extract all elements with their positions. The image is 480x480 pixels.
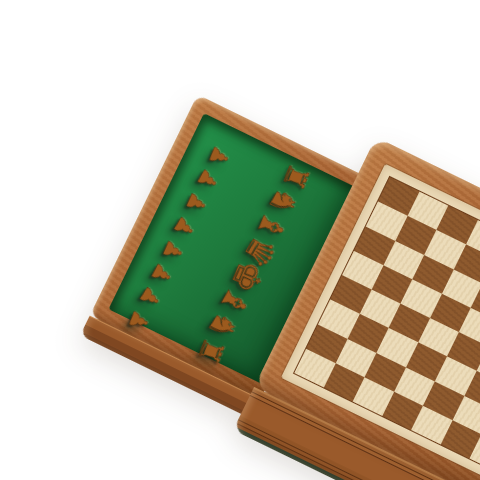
product-photo-stage: ♟♟♟♟♟♟♟♟♜♞♝♛♚♝♞♜ xyxy=(0,0,480,480)
tray-piece-pawn: ♟ xyxy=(181,189,210,217)
tray-piece-pawn: ♟ xyxy=(169,212,199,242)
tray-piece-pawn: ♟ xyxy=(135,282,166,312)
tray-piece-pawn: ♟ xyxy=(192,165,222,195)
tray-piece-pawn: ♟ xyxy=(204,142,233,169)
tray-piece-pawn: ♟ xyxy=(158,236,187,264)
tray-piece-pawn: ♟ xyxy=(146,259,176,288)
